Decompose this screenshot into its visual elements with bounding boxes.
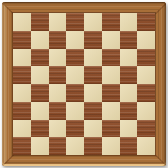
square-f1 <box>102 137 120 155</box>
chess-board <box>2 2 166 166</box>
square-c5 <box>49 66 67 84</box>
square-f7 <box>102 31 120 49</box>
square-e1 <box>84 137 102 155</box>
square-f6 <box>102 49 120 67</box>
board-frame-left <box>2 2 13 166</box>
square-g8 <box>120 13 138 31</box>
square-g5 <box>120 66 138 84</box>
square-c3 <box>49 102 67 120</box>
square-d3 <box>66 102 84 120</box>
square-c8 <box>49 13 67 31</box>
square-d7 <box>66 31 84 49</box>
square-b1 <box>31 137 49 155</box>
square-h1 <box>137 137 155 155</box>
square-h7 <box>137 31 155 49</box>
square-h6 <box>137 49 155 67</box>
square-d8 <box>66 13 84 31</box>
square-b6 <box>31 49 49 67</box>
square-b8 <box>31 13 49 31</box>
square-g3 <box>120 102 138 120</box>
square-a1 <box>13 137 31 155</box>
square-a6 <box>13 49 31 67</box>
square-b3 <box>31 102 49 120</box>
square-b4 <box>31 84 49 102</box>
square-f2 <box>102 120 120 138</box>
square-f8 <box>102 13 120 31</box>
square-h2 <box>137 120 155 138</box>
square-c6 <box>49 49 67 67</box>
square-b7 <box>31 31 49 49</box>
board-frame-bottom <box>2 155 166 166</box>
square-e4 <box>84 84 102 102</box>
square-d2 <box>66 120 84 138</box>
square-f4 <box>102 84 120 102</box>
square-g4 <box>120 84 138 102</box>
square-c4 <box>49 84 67 102</box>
square-f3 <box>102 102 120 120</box>
square-f5 <box>102 66 120 84</box>
square-e2 <box>84 120 102 138</box>
squares-grid <box>13 13 155 155</box>
square-g6 <box>120 49 138 67</box>
square-d1 <box>66 137 84 155</box>
square-e8 <box>84 13 102 31</box>
square-d6 <box>66 49 84 67</box>
square-e5 <box>84 66 102 84</box>
square-a2 <box>13 120 31 138</box>
square-b5 <box>31 66 49 84</box>
square-e6 <box>84 49 102 67</box>
square-h5 <box>137 66 155 84</box>
square-h8 <box>137 13 155 31</box>
square-g7 <box>120 31 138 49</box>
square-d4 <box>66 84 84 102</box>
board-frame-right <box>155 2 166 166</box>
square-a4 <box>13 84 31 102</box>
square-a7 <box>13 31 31 49</box>
photo-background <box>0 0 168 168</box>
square-a3 <box>13 102 31 120</box>
square-e3 <box>84 102 102 120</box>
square-d5 <box>66 66 84 84</box>
board-frame-top <box>2 2 166 13</box>
square-g1 <box>120 137 138 155</box>
square-h3 <box>137 102 155 120</box>
square-a5 <box>13 66 31 84</box>
square-c1 <box>49 137 67 155</box>
square-g2 <box>120 120 138 138</box>
square-b2 <box>31 120 49 138</box>
square-c7 <box>49 31 67 49</box>
square-e7 <box>84 31 102 49</box>
square-c2 <box>49 120 67 138</box>
square-h4 <box>137 84 155 102</box>
square-a8 <box>13 13 31 31</box>
